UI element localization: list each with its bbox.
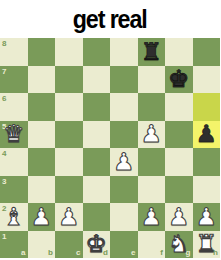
piece-white-pawn-e4[interactable]: ♟ <box>110 148 138 176</box>
square-b4[interactable] <box>28 148 56 176</box>
square-b1[interactable]: b <box>28 231 56 259</box>
piece-black-pawn-h5[interactable]: ♟ <box>193 121 221 149</box>
square-e7[interactable] <box>110 66 138 94</box>
square-e5[interactable] <box>110 121 138 149</box>
square-d1[interactable]: d♚ <box>83 231 111 259</box>
square-e6[interactable] <box>110 93 138 121</box>
rank-label-7: 7 <box>2 68 6 76</box>
square-a2[interactable]: 2♝ <box>0 203 28 231</box>
rank-label-6: 6 <box>2 95 6 103</box>
square-d5[interactable] <box>83 121 111 149</box>
square-h6[interactable] <box>193 93 221 121</box>
file-label-f: f <box>160 249 163 257</box>
piece-white-pawn-b2[interactable]: ♟ <box>28 203 56 231</box>
square-d3[interactable] <box>83 176 111 204</box>
rank-label-1: 1 <box>2 233 6 241</box>
square-b6[interactable] <box>28 93 56 121</box>
meme-frame: get real 8♜7♚65♛♟♟4♟32♝♟♟♟♟♟1abcd♚efg♞h♜ <box>0 0 220 260</box>
square-h2[interactable]: ♟ <box>193 203 221 231</box>
square-a7[interactable]: 7 <box>0 66 28 94</box>
square-g3[interactable] <box>165 176 193 204</box>
square-e3[interactable] <box>110 176 138 204</box>
square-b8[interactable] <box>28 38 56 66</box>
square-d4[interactable] <box>83 148 111 176</box>
square-f4[interactable] <box>138 148 166 176</box>
square-e1[interactable]: e <box>110 231 138 259</box>
square-b5[interactable] <box>28 121 56 149</box>
square-c6[interactable] <box>55 93 83 121</box>
square-f2[interactable]: ♟ <box>138 203 166 231</box>
square-c4[interactable] <box>55 148 83 176</box>
square-c8[interactable] <box>55 38 83 66</box>
square-c7[interactable] <box>55 66 83 94</box>
piece-white-knight-g1[interactable]: ♞ <box>165 231 193 259</box>
square-a1[interactable]: 1a <box>0 231 28 259</box>
square-h8[interactable] <box>193 38 221 66</box>
square-c3[interactable] <box>55 176 83 204</box>
square-c2[interactable]: ♟ <box>55 203 83 231</box>
square-a6[interactable]: 6 <box>0 93 28 121</box>
file-label-b: b <box>48 249 53 257</box>
piece-white-pawn-g2[interactable]: ♟ <box>165 203 193 231</box>
rank-label-8: 8 <box>2 40 6 48</box>
file-label-c: c <box>76 249 80 257</box>
square-g6[interactable] <box>165 93 193 121</box>
square-g2[interactable]: ♟ <box>165 203 193 231</box>
rank-label-3: 3 <box>2 178 6 186</box>
caption-bar: get real <box>0 0 220 38</box>
square-b3[interactable] <box>28 176 56 204</box>
square-d7[interactable] <box>83 66 111 94</box>
piece-white-bishop-a2[interactable]: ♝ <box>0 203 28 231</box>
file-label-a: a <box>21 249 25 257</box>
rank-label-4: 4 <box>2 150 6 158</box>
piece-white-king-d1[interactable]: ♚ <box>83 231 111 259</box>
piece-white-rook-h1[interactable]: ♜ <box>193 231 221 259</box>
square-f5[interactable]: ♟ <box>138 121 166 149</box>
square-a4[interactable]: 4 <box>0 148 28 176</box>
square-h3[interactable] <box>193 176 221 204</box>
square-f6[interactable] <box>138 93 166 121</box>
square-h7[interactable] <box>193 66 221 94</box>
square-a5[interactable]: 5♛ <box>0 121 28 149</box>
square-g5[interactable] <box>165 121 193 149</box>
square-e2[interactable] <box>110 203 138 231</box>
piece-white-pawn-c2[interactable]: ♟ <box>55 203 83 231</box>
square-b2[interactable]: ♟ <box>28 203 56 231</box>
square-h1[interactable]: h♜ <box>193 231 221 259</box>
file-label-e: e <box>131 249 135 257</box>
square-h5[interactable]: ♟ <box>193 121 221 149</box>
square-d2[interactable] <box>83 203 111 231</box>
piece-white-pawn-h2[interactable]: ♟ <box>193 203 221 231</box>
square-c1[interactable]: c <box>55 231 83 259</box>
square-f3[interactable] <box>138 176 166 204</box>
caption-text: get real <box>73 4 147 34</box>
square-b7[interactable] <box>28 66 56 94</box>
square-g7[interactable]: ♚ <box>165 66 193 94</box>
piece-black-rook-f8[interactable]: ♜ <box>138 38 166 66</box>
square-c5[interactable] <box>55 121 83 149</box>
square-h4[interactable] <box>193 148 221 176</box>
chess-board: 8♜7♚65♛♟♟4♟32♝♟♟♟♟♟1abcd♚efg♞h♜ <box>0 38 220 258</box>
square-g4[interactable] <box>165 148 193 176</box>
square-d8[interactable] <box>83 38 111 66</box>
square-f1[interactable]: f <box>138 231 166 259</box>
piece-white-pawn-f2[interactable]: ♟ <box>138 203 166 231</box>
square-g8[interactable] <box>165 38 193 66</box>
square-a8[interactable]: 8 <box>0 38 28 66</box>
square-a3[interactable]: 3 <box>0 176 28 204</box>
square-e8[interactable] <box>110 38 138 66</box>
piece-white-queen-a5[interactable]: ♛ <box>0 121 28 149</box>
square-g1[interactable]: g♞ <box>165 231 193 259</box>
square-f7[interactable] <box>138 66 166 94</box>
piece-white-pawn-f5[interactable]: ♟ <box>138 121 166 149</box>
square-e4[interactable]: ♟ <box>110 148 138 176</box>
square-d6[interactable] <box>83 93 111 121</box>
square-f8[interactable]: ♜ <box>138 38 166 66</box>
piece-black-king-g7[interactable]: ♚ <box>165 66 193 94</box>
